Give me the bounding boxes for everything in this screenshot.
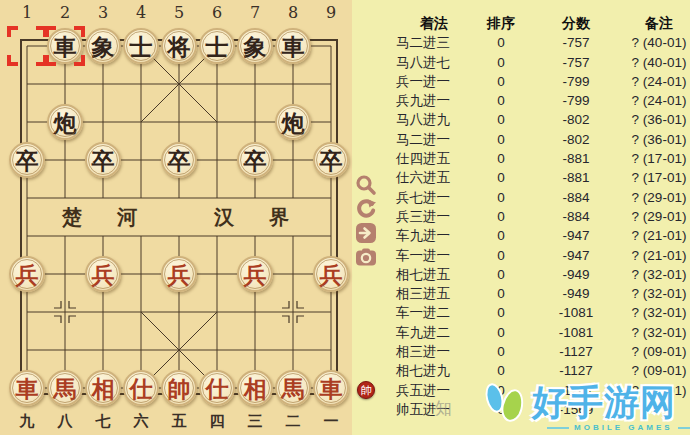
last-move-mark <box>7 26 47 66</box>
rank-cell: 0 <box>472 342 530 361</box>
board-point[interactable] <box>236 103 274 141</box>
analysis-row[interactable]: 马八进七0-757? (40-01) <box>390 53 690 72</box>
watermark-dash-left <box>547 427 569 429</box>
board-point[interactable] <box>198 103 236 141</box>
board-point[interactable]: 兵 <box>312 255 350 293</box>
piece-glyph: 仕 <box>130 377 153 400</box>
analysis-row[interactable]: 兵九进一0-799? (24-01) <box>390 91 690 110</box>
analysis-row[interactable]: 马二进三0-757? (40-01) <box>390 33 690 52</box>
rank-cell: 0 <box>472 284 530 303</box>
piece-glyph: 卒 <box>244 149 267 172</box>
board-point[interactable] <box>198 331 236 369</box>
board-point[interactable]: 卒 <box>236 141 274 179</box>
note-cell: ? (32-01) <box>622 265 690 284</box>
piece-glyph: 炮 <box>282 111 305 134</box>
watermark-subtitle: MOBILE GAMES <box>542 423 690 432</box>
board-point[interactable] <box>46 331 84 369</box>
rank-cell: 0 <box>472 265 530 284</box>
rank-cell: 0 <box>472 303 530 322</box>
score-cell: -1081 <box>530 323 622 342</box>
board-point[interactable] <box>122 331 160 369</box>
board-point[interactable] <box>274 65 312 103</box>
move-cell: 车一进二 <box>396 303 472 322</box>
analysis-row[interactable]: 仕六进五0-881? (17-01) <box>390 168 690 187</box>
red-to-move-badge: 帥 <box>357 381 375 399</box>
board-point[interactable] <box>46 179 84 217</box>
board-point[interactable] <box>84 331 122 369</box>
piece-glyph: 兵 <box>16 263 39 286</box>
note-cell: ? (36-01) <box>622 110 690 129</box>
move-cell: 兵三进一 <box>396 207 472 226</box>
board-point[interactable] <box>160 293 198 331</box>
piece-glyph: 卒 <box>320 149 343 172</box>
note-cell: ? (24-01) <box>622 72 690 91</box>
board-point[interactable] <box>274 141 312 179</box>
file-label-bottom: 二 <box>286 412 301 431</box>
piece-glyph: 帥 <box>168 377 191 400</box>
move-cell: 相三进五 <box>396 284 472 303</box>
piece-black[interactable]: 炮 <box>47 104 83 140</box>
piece-glyph: 車 <box>320 377 343 400</box>
move-cell: 马二进一 <box>396 130 472 149</box>
move-cell: 相七进九 <box>396 361 472 380</box>
note-cell: ? (29-01) <box>622 188 690 207</box>
file-label-top: 3 <box>98 3 108 22</box>
app-window: 123456789 楚 河 汉 界 車象士将士象車炮炮卒卒卒卒卒兵兵兵兵兵車馬相… <box>0 0 690 435</box>
rank-cell: 0 <box>472 53 530 72</box>
analysis-row[interactable]: 相七进五0-949? (32-01) <box>390 265 690 284</box>
score-cell: -884 <box>530 188 622 207</box>
piece-glyph: 兵 <box>320 263 343 286</box>
piece-red[interactable]: 兵 <box>9 256 45 292</box>
xiangqi-board: 123456789 楚 河 汉 界 車象士将士象車炮炮卒卒卒卒卒兵兵兵兵兵車馬相… <box>0 0 352 435</box>
piece-glyph: 馬 <box>54 377 77 400</box>
board-point[interactable]: 車 <box>8 369 46 407</box>
board-point[interactable] <box>198 293 236 331</box>
site-watermark: 知 好手游网 MOBILE GAMES <box>430 382 690 435</box>
rank-cell: 0 <box>472 226 530 245</box>
board-point[interactable] <box>122 179 160 217</box>
board-point[interactable] <box>312 331 350 369</box>
board-point[interactable]: 士 <box>198 27 236 65</box>
piece-glyph: 仕 <box>206 377 229 400</box>
board-point[interactable] <box>46 141 84 179</box>
move-cell: 马二进三 <box>396 33 472 52</box>
move-cell: 兵九进一 <box>396 91 472 110</box>
board-point[interactable] <box>160 217 198 255</box>
rank-cell: 0 <box>472 323 530 342</box>
board-point[interactable] <box>84 103 122 141</box>
analysis-row[interactable]: 兵三进一0-884? (29-01) <box>390 207 690 226</box>
board-point[interactable]: 兵 <box>236 255 274 293</box>
board-point[interactable] <box>236 331 274 369</box>
board-point[interactable] <box>122 141 160 179</box>
note-cell: ? (40-01) <box>622 53 690 72</box>
piece-red[interactable]: 兵 <box>313 256 349 292</box>
note-cell: ? (17-01) <box>622 168 690 187</box>
file-label-top: 9 <box>326 3 336 22</box>
piece-red[interactable]: 帥 <box>161 370 197 406</box>
board-point[interactable]: 卒 <box>312 141 350 179</box>
board-point[interactable]: 象 <box>236 27 274 65</box>
move-cell: 车九进二 <box>396 323 472 342</box>
board-point[interactable] <box>160 103 198 141</box>
piece-red[interactable]: 仕 <box>199 370 235 406</box>
board-point[interactable]: 帥 <box>160 369 198 407</box>
board-point[interactable] <box>122 255 160 293</box>
piece-red[interactable]: 兵 <box>85 256 121 292</box>
analysis-rows: 马二进三0-757? (40-01)马八进七0-757? (40-01)兵一进一… <box>390 33 690 419</box>
score-cell: -884 <box>530 207 622 226</box>
board-point[interactable] <box>198 217 236 255</box>
rank-cell: 0 <box>472 110 530 129</box>
analysis-row[interactable]: 兵七进一0-884? (29-01) <box>390 188 690 207</box>
board-point[interactable] <box>312 65 350 103</box>
piece-black[interactable]: 卒 <box>313 142 349 178</box>
analysis-row[interactable]: 仕四进五0-881? (17-01) <box>390 149 690 168</box>
move-cell: 相三进一 <box>396 342 472 361</box>
rank-cell: 0 <box>472 149 530 168</box>
board-point[interactable]: 仕 <box>122 369 160 407</box>
camera-button[interactable] <box>355 246 377 268</box>
analysis-row[interactable]: 车一进二0-1081? (32-01) <box>390 303 690 322</box>
rank-cell: 0 <box>472 91 530 110</box>
board-point[interactable] <box>84 65 122 103</box>
header-move: 着法 <box>396 14 472 33</box>
note-cell: ? (24-01) <box>622 91 690 110</box>
note-cell: ? (36-01) <box>622 130 690 149</box>
piece-black[interactable]: 卒 <box>9 142 45 178</box>
piece-black[interactable]: 炮 <box>275 104 311 140</box>
file-label-top: 5 <box>174 3 184 22</box>
move-cell: 兵一进一 <box>396 72 472 91</box>
rank-cell: 0 <box>472 33 530 52</box>
move-cell: 仕四进五 <box>396 149 472 168</box>
piece-red[interactable]: 兵 <box>161 256 197 292</box>
zoom-button[interactable] <box>355 174 377 196</box>
board-point[interactable] <box>122 217 160 255</box>
board-point[interactable]: 卒 <box>84 141 122 179</box>
move-cell: 马八进九 <box>396 110 472 129</box>
board-point[interactable] <box>122 103 160 141</box>
arrow-right-icon <box>355 222 377 244</box>
score-cell: -757 <box>530 53 622 72</box>
piece-red[interactable]: 馬 <box>275 370 311 406</box>
file-label-bottom: 四 <box>210 412 225 431</box>
move-cell: 相七进五 <box>396 265 472 284</box>
board-point[interactable] <box>46 217 84 255</box>
board-point[interactable] <box>312 293 350 331</box>
watermark-dash-right <box>678 427 690 429</box>
score-cell: -1127 <box>530 361 622 380</box>
board-point[interactable] <box>236 293 274 331</box>
piece-glyph: 兵 <box>92 263 115 286</box>
piece-black[interactable]: 卒 <box>237 142 273 178</box>
analysis-row[interactable]: 车一进一0-947? (21-01) <box>390 246 690 265</box>
board-points: 車象士将士象車炮炮卒卒卒卒卒兵兵兵兵兵車馬相仕帥仕相馬車 <box>8 27 350 407</box>
board-point[interactable] <box>8 217 46 255</box>
piece-glyph: 兵 <box>168 263 191 286</box>
board-point[interactable]: 炮 <box>274 103 312 141</box>
board-point[interactable] <box>46 255 84 293</box>
share-button[interactable] <box>355 222 377 244</box>
board-toolbar <box>355 174 379 270</box>
analysis-row[interactable]: 相三进一0-1127? (09-01) <box>390 342 690 361</box>
note-cell: ? (29-01) <box>622 207 690 226</box>
score-cell: -799 <box>530 91 622 110</box>
file-label-top: 7 <box>250 3 260 22</box>
board-point[interactable]: 車 <box>312 369 350 407</box>
board-point[interactable] <box>236 217 274 255</box>
file-label-bottom: 九 <box>20 412 35 431</box>
watermark-logo-blob-green <box>499 387 527 424</box>
board-point[interactable] <box>236 179 274 217</box>
analysis-row[interactable]: 车九进一0-947? (21-01) <box>390 226 690 245</box>
board-point[interactable]: 相 <box>84 369 122 407</box>
board-point[interactable] <box>8 65 46 103</box>
piece-black[interactable]: 士 <box>199 28 235 64</box>
note-cell: ? (21-01) <box>622 246 690 265</box>
piece-glyph: 象 <box>244 35 267 58</box>
file-label-bottom: 三 <box>248 412 263 431</box>
score-cell: -881 <box>530 168 622 187</box>
piece-black[interactable]: 将 <box>161 28 197 64</box>
piece-black[interactable]: 象 <box>237 28 273 64</box>
piece-red[interactable]: 馬 <box>47 370 83 406</box>
board-point[interactable] <box>312 27 350 65</box>
board-point[interactable] <box>198 255 236 293</box>
board-point[interactable] <box>8 179 46 217</box>
board-point[interactable] <box>8 331 46 369</box>
note-cell: ? (21-01) <box>622 226 690 245</box>
board-point[interactable] <box>122 65 160 103</box>
piece-glyph: 卒 <box>16 149 39 172</box>
rank-cell: 0 <box>472 207 530 226</box>
board-point[interactable]: 卒 <box>160 141 198 179</box>
piece-glyph: 馬 <box>282 377 305 400</box>
score-cell: -757 <box>530 33 622 52</box>
analysis-row[interactable]: 马八进九0-802? (36-01) <box>390 110 690 129</box>
score-cell: -1081 <box>530 303 622 322</box>
rank-cell: 0 <box>472 130 530 149</box>
move-cell: 马八进七 <box>396 53 472 72</box>
board-point[interactable] <box>160 331 198 369</box>
board-point[interactable]: 兵 <box>84 255 122 293</box>
board-point[interactable] <box>84 179 122 217</box>
piece-glyph: 相 <box>244 377 267 400</box>
piece-glyph: 車 <box>282 35 305 58</box>
file-label-top: 8 <box>288 3 298 22</box>
board-point[interactable] <box>274 331 312 369</box>
board-point[interactable] <box>312 103 350 141</box>
file-label-top: 2 <box>60 3 70 22</box>
board-point[interactable]: 車 <box>274 27 312 65</box>
header-rank: 排序 <box>472 14 530 33</box>
board-point[interactable]: 馬 <box>274 369 312 407</box>
piece-red[interactable]: 兵 <box>237 256 273 292</box>
watermark-title: 好手游网 <box>532 379 676 426</box>
board-point[interactable]: 将 <box>160 27 198 65</box>
score-cell: -947 <box>530 246 622 265</box>
file-label-top: 4 <box>136 3 146 22</box>
piece-glyph: 士 <box>206 35 229 58</box>
note-cell: ? (32-01) <box>622 303 690 322</box>
file-label-top: 1 <box>22 3 32 22</box>
piece-glyph: 士 <box>130 35 153 58</box>
board-point[interactable] <box>274 293 312 331</box>
score-cell: -881 <box>530 149 622 168</box>
board-point[interactable]: 相 <box>236 369 274 407</box>
board-point[interactable]: 馬 <box>46 369 84 407</box>
board-point[interactable] <box>312 179 350 217</box>
board-point[interactable] <box>46 293 84 331</box>
board-point[interactable]: 兵 <box>160 255 198 293</box>
board-point[interactable] <box>8 293 46 331</box>
watermark-faint-text: 知 <box>435 397 452 420</box>
move-cell: 兵七进一 <box>396 188 472 207</box>
board-point[interactable]: 卒 <box>8 141 46 179</box>
piece-black[interactable]: 卒 <box>161 142 197 178</box>
piece-glyph: 象 <box>92 35 115 58</box>
board-point[interactable] <box>84 293 122 331</box>
note-cell: ? (17-01) <box>622 149 690 168</box>
score-cell: -947 <box>530 226 622 245</box>
file-label-bottom: 六 <box>134 412 149 431</box>
board-point[interactable]: 士 <box>122 27 160 65</box>
board-point[interactable] <box>46 65 84 103</box>
score-cell: -949 <box>530 265 622 284</box>
score-cell: -802 <box>530 110 622 129</box>
board-point[interactable]: 炮 <box>46 103 84 141</box>
score-cell: -949 <box>530 284 622 303</box>
note-cell: ? (09-01) <box>622 361 690 380</box>
rotate-arrow-icon <box>355 198 377 220</box>
camera-icon <box>355 246 377 268</box>
move-cell: 仕六进五 <box>396 168 472 187</box>
piece-glyph: 車 <box>16 377 39 400</box>
note-cell: ? (09-01) <box>622 342 690 361</box>
analysis-panel: 着法 排序 分数 备注 马二进三0-757? (40-01)马八进七0-757?… <box>390 0 690 435</box>
board-point[interactable] <box>160 65 198 103</box>
analysis-row[interactable]: 车九进二0-1081? (32-01) <box>390 323 690 342</box>
magnifier-icon <box>355 174 377 196</box>
piece-black[interactable]: 士 <box>123 28 159 64</box>
piece-red[interactable]: 仕 <box>123 370 159 406</box>
file-label-top: 6 <box>212 3 222 22</box>
piece-glyph: 将 <box>168 35 191 58</box>
score-cell: -799 <box>530 72 622 91</box>
board-point[interactable]: 仕 <box>198 369 236 407</box>
rank-cell: 0 <box>472 168 530 187</box>
board-point[interactable] <box>160 179 198 217</box>
board-point[interactable] <box>84 217 122 255</box>
file-label-bottom: 五 <box>172 412 187 431</box>
file-label-bottom: 七 <box>96 412 111 431</box>
piece-glyph: 卒 <box>168 149 191 172</box>
piece-red[interactable]: 相 <box>237 370 273 406</box>
piece-black[interactable]: 象 <box>85 28 121 64</box>
rotate-button[interactable] <box>355 198 377 220</box>
piece-glyph: 卒 <box>92 149 115 172</box>
board-point[interactable] <box>274 179 312 217</box>
move-cell: 车一进一 <box>396 246 472 265</box>
board-point[interactable] <box>198 65 236 103</box>
board-point[interactable] <box>236 65 274 103</box>
board-point[interactable]: 象 <box>84 27 122 65</box>
board-point[interactable] <box>122 293 160 331</box>
piece-glyph: 炮 <box>54 111 77 134</box>
piece-black[interactable]: 卒 <box>85 142 121 178</box>
move-cell: 车九进一 <box>396 226 472 245</box>
rank-cell: 0 <box>472 361 530 380</box>
analysis-header: 着法 排序 分数 备注 <box>390 14 690 33</box>
rank-cell: 0 <box>472 72 530 91</box>
rank-cell: 0 <box>472 246 530 265</box>
note-cell: ? (32-01) <box>622 284 690 303</box>
rank-cell: 0 <box>472 188 530 207</box>
board-point[interactable] <box>312 217 350 255</box>
board-point[interactable]: 兵 <box>8 255 46 293</box>
file-label-bottom: 一 <box>324 412 339 431</box>
note-cell: ? (32-01) <box>622 323 690 342</box>
piece-glyph: 相 <box>92 377 115 400</box>
file-label-bottom: 八 <box>58 412 73 431</box>
analysis-row[interactable]: 兵一进一0-799? (24-01) <box>390 72 690 91</box>
score-cell: -802 <box>530 130 622 149</box>
score-cell: -1127 <box>530 342 622 361</box>
piece-red[interactable]: 車 <box>9 370 45 406</box>
board-point[interactable] <box>198 179 236 217</box>
analysis-row[interactable]: 相七进九0-1127? (09-01) <box>390 361 690 380</box>
piece-red[interactable]: 車 <box>313 370 349 406</box>
board-point[interactable] <box>274 255 312 293</box>
last-move-mark <box>45 26 85 66</box>
piece-black[interactable]: 車 <box>275 28 311 64</box>
analysis-row[interactable]: 相三进五0-949? (32-01) <box>390 284 690 303</box>
piece-glyph: 兵 <box>244 263 267 286</box>
board-point[interactable] <box>8 103 46 141</box>
note-cell: ? (40-01) <box>622 33 690 52</box>
board-point[interactable] <box>198 141 236 179</box>
board-point[interactable] <box>274 217 312 255</box>
piece-red[interactable]: 相 <box>85 370 121 406</box>
header-note: 备注 <box>622 14 690 33</box>
header-score: 分数 <box>530 14 622 33</box>
analysis-row[interactable]: 马二进一0-802? (36-01) <box>390 130 690 149</box>
